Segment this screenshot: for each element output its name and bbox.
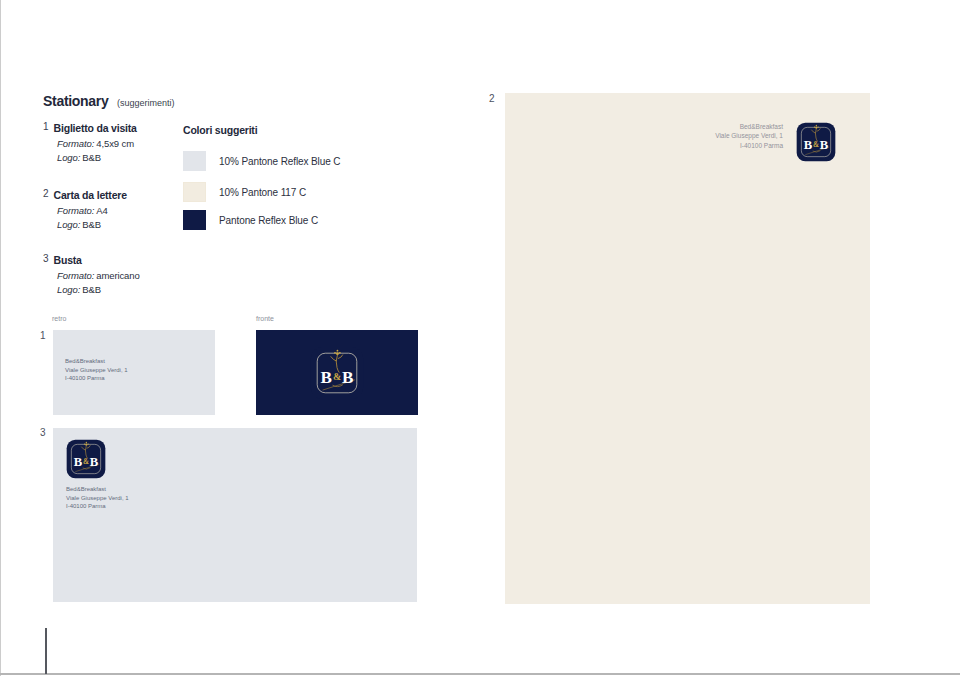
business-card-front-mockup: B & B — [256, 330, 418, 415]
logo-value: B&B — [82, 219, 101, 230]
logo-ampersand: & — [813, 140, 819, 149]
address-line: Bed&Breakfast — [65, 357, 128, 366]
item-number: 3 — [43, 253, 49, 264]
address-block: Bed&Breakfast Viale Giuseppe Verdi, 1 I-… — [715, 122, 783, 150]
formato-label: Formato: — [57, 270, 94, 281]
letterhead-mockup: Bed&Breakfast Viale Giuseppe Verdi, 1 I-… — [505, 93, 870, 604]
address-line: Viale Giuseppe Verdi, 1 — [65, 366, 128, 375]
swatch-label: 10% Pantone 117 C — [219, 187, 306, 198]
logo-letter-b: B — [820, 138, 829, 152]
logo-letter-b: B — [320, 367, 331, 386]
item-name: Busta — [54, 254, 82, 266]
logo-letter-b: B — [74, 455, 83, 469]
item-biglietto-da-visita: 1 Biglietto da visita Formato:4,5x9 cm L… — [43, 122, 137, 163]
address-block: Bed&Breakfast Viale Giuseppe Verdi, 1 I-… — [65, 357, 128, 383]
formato-label: Formato: — [57, 205, 94, 216]
brand-manual-page: Stationary (suggerimenti) 1 Biglietto da… — [0, 0, 960, 676]
logo-value: B&B — [82, 152, 101, 163]
item-busta: 3 Busta Formato:americano Logo:B&B — [43, 254, 140, 295]
business-card-back-mockup: Bed&Breakfast Viale Giuseppe Verdi, 1 I-… — [53, 330, 215, 415]
item-carta-da-lettere: 2 Carta da lettere Formato:A4 Logo:B&B — [43, 189, 127, 230]
artboard-number-envelope: 3 — [40, 427, 46, 438]
logo-letter-b: B — [804, 138, 813, 152]
page-title: Stationary — [43, 93, 108, 109]
swatch-label: 10% Pantone Reflex Blue C — [219, 156, 340, 167]
address-line: I-40100 Parma — [65, 374, 128, 383]
address-line: Viale Giuseppe Verdi, 1 — [715, 131, 783, 140]
address-line: I-40100 Parma — [715, 141, 783, 150]
fronte-label: fronte — [256, 315, 274, 322]
logo-label: Logo: — [57, 152, 80, 163]
page-left-edge-line — [0, 0, 1, 676]
fold-mark-line — [45, 628, 47, 674]
logo-ampersand: & — [333, 371, 341, 382]
logo-letter-b: B — [342, 367, 353, 386]
color-swatch-10pct-117c — [183, 182, 206, 202]
bb-logo-icon: B & B — [310, 346, 364, 400]
page-bottom-rule — [0, 673, 960, 675]
swatch-row: 10% Pantone Reflex Blue C — [183, 151, 340, 171]
artboard-number-card: 1 — [40, 330, 46, 341]
address-line: Bed&Breakfast — [66, 485, 129, 494]
address-line: I-40100 Parma — [66, 502, 129, 511]
swatch-label: Pantone Reflex Blue C — [219, 215, 318, 226]
logo-letter-b: B — [90, 455, 99, 469]
swatch-row: Pantone Reflex Blue C — [183, 210, 318, 230]
item-number: 1 — [43, 121, 49, 132]
formato-label: Formato: — [57, 138, 94, 149]
color-swatch-10pct-reflex-blue — [183, 151, 206, 171]
swatch-row: 10% Pantone 117 C — [183, 182, 306, 202]
logo-ampersand: & — [83, 457, 89, 466]
retro-label: retro — [52, 315, 66, 322]
bb-logo-icon: B & B — [66, 439, 106, 479]
logo-value: B&B — [82, 284, 101, 295]
artboard-number-letterhead: 2 — [489, 93, 495, 104]
item-name: Carta da lettere — [54, 189, 127, 201]
page-heading: Stationary (suggerimenti) — [43, 92, 174, 110]
formato-value: americano — [96, 270, 139, 281]
logo-label: Logo: — [57, 284, 80, 295]
item-number: 2 — [43, 188, 49, 199]
item-name: Biglietto da visita — [54, 122, 137, 134]
formato-value: 4,5x9 cm — [96, 138, 134, 149]
bb-logo-icon: B & B — [796, 122, 836, 162]
logo-label: Logo: — [57, 219, 80, 230]
address-line: Viale Giuseppe Verdi, 1 — [66, 494, 129, 503]
colors-heading: Colori suggeriti — [183, 124, 257, 136]
address-line: Bed&Breakfast — [715, 122, 783, 131]
color-swatch-reflex-blue — [183, 210, 206, 230]
envelope-mockup: B & B Bed&Breakfast Viale Giuseppe Verdi… — [53, 428, 417, 602]
page-subtitle: (suggerimenti) — [117, 98, 175, 108]
address-block: Bed&Breakfast Viale Giuseppe Verdi, 1 I-… — [66, 485, 129, 511]
formato-value: A4 — [96, 205, 107, 216]
